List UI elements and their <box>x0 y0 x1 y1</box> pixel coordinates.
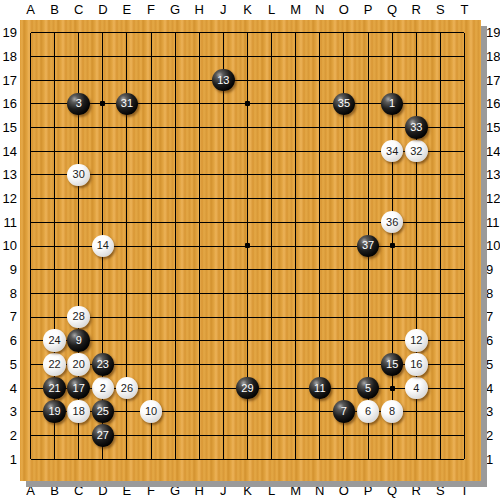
hoshi-point <box>390 386 395 391</box>
row-label: 14 <box>486 144 500 159</box>
stone-white-6: 6 <box>357 400 380 423</box>
col-label: C <box>67 482 91 500</box>
row-label: 8 <box>0 286 17 301</box>
stone-white-18: 18 <box>67 400 90 423</box>
stone-black-11: 11 <box>309 377 332 400</box>
row-label: 5 <box>0 357 17 372</box>
row-label: 17 <box>0 73 17 88</box>
stone-white-30: 30 <box>67 164 90 187</box>
col-label: H <box>187 1 211 19</box>
row-label: 17 <box>486 73 500 88</box>
col-label: J <box>211 482 235 500</box>
row-label: 3 <box>486 404 500 419</box>
stone-white-10: 10 <box>140 400 163 423</box>
row-label: 6 <box>0 333 17 348</box>
col-label: M <box>284 482 308 500</box>
col-label: B <box>43 482 67 500</box>
row-label: 15 <box>486 120 500 135</box>
row-label: 9 <box>486 262 500 277</box>
col-label: S <box>428 1 452 19</box>
row-label: 2 <box>486 428 500 443</box>
col-label: G <box>163 1 187 19</box>
stone-black-3: 3 <box>67 93 90 116</box>
stone-black-9: 9 <box>67 329 90 352</box>
stone-black-1: 1 <box>381 93 404 116</box>
stone-white-22: 22 <box>43 353 66 376</box>
row-label: 1 <box>0 452 17 467</box>
row-label: 11 <box>486 215 500 230</box>
col-label: Q <box>380 1 404 19</box>
row-label: 13 <box>486 167 500 182</box>
stone-white-36: 36 <box>381 211 404 234</box>
col-label: K <box>235 1 259 19</box>
stone-white-28: 28 <box>67 306 90 329</box>
row-label: 3 <box>0 404 17 419</box>
row-label: 19 <box>0 25 17 40</box>
col-label: H <box>187 482 211 500</box>
stone-white-12: 12 <box>405 329 428 352</box>
stone-black-33: 33 <box>405 116 428 139</box>
stone-white-34: 34 <box>381 140 404 163</box>
stone-black-31: 31 <box>116 93 139 116</box>
row-label: 12 <box>0 191 17 206</box>
row-label: 15 <box>0 120 17 135</box>
stone-white-14: 14 <box>92 235 115 258</box>
row-label: 7 <box>486 309 500 324</box>
stone-white-24: 24 <box>43 329 66 352</box>
col-label: A <box>18 1 42 19</box>
stone-black-15: 15 <box>381 353 404 376</box>
row-label: 11 <box>0 215 17 230</box>
row-label: 5 <box>486 357 500 372</box>
stone-black-23: 23 <box>92 353 115 376</box>
col-label: T <box>452 482 476 500</box>
stone-black-21: 21 <box>43 377 66 400</box>
hoshi-point <box>245 101 250 106</box>
stone-black-7: 7 <box>333 400 356 423</box>
stone-black-37: 37 <box>357 235 380 258</box>
stone-white-4: 4 <box>405 377 428 400</box>
stone-white-2: 2 <box>92 377 115 400</box>
stone-white-8: 8 <box>381 400 404 423</box>
row-label: 7 <box>0 309 17 324</box>
stone-black-19: 19 <box>43 400 66 423</box>
col-label: M <box>284 1 308 19</box>
stones-grid: 1234567891011121314151617181920212223242… <box>18 21 476 471</box>
row-label: 18 <box>0 49 17 64</box>
col-label: E <box>115 482 139 500</box>
row-label: 6 <box>486 333 500 348</box>
col-label: R <box>404 1 428 19</box>
col-label: G <box>163 482 187 500</box>
stone-black-5: 5 <box>357 377 380 400</box>
col-label: N <box>308 482 332 500</box>
row-label: 13 <box>0 167 17 182</box>
col-label: O <box>332 1 356 19</box>
stone-white-20: 20 <box>67 353 90 376</box>
row-label: 18 <box>486 49 500 64</box>
coord-labels-top: ABCDEFGHJKLMNOPQRST <box>18 1 476 19</box>
col-label: N <box>308 1 332 19</box>
row-label: 4 <box>486 381 500 396</box>
col-label: D <box>91 1 115 19</box>
row-label: 8 <box>486 286 500 301</box>
coord-labels-bottom: ABCDEFGHJKLMNOPQRST <box>18 482 476 500</box>
row-label: 4 <box>0 381 17 396</box>
row-label: 14 <box>0 144 17 159</box>
stone-black-25: 25 <box>92 400 115 423</box>
goban[interactable]: 1234567891011121314151617181920212223242… <box>20 20 481 481</box>
col-label: C <box>67 1 91 19</box>
hoshi-point <box>390 243 395 248</box>
stone-white-26: 26 <box>116 377 139 400</box>
col-label: B <box>43 1 67 19</box>
stone-black-13: 13 <box>212 69 235 92</box>
stone-white-32: 32 <box>405 140 428 163</box>
stone-black-27: 27 <box>92 424 115 447</box>
col-label: R <box>404 482 428 500</box>
row-label: 9 <box>0 262 17 277</box>
col-label: L <box>260 1 284 19</box>
col-label: A <box>18 482 42 500</box>
col-label: S <box>428 482 452 500</box>
row-label: 16 <box>486 96 500 111</box>
stone-white-16: 16 <box>405 353 428 376</box>
col-label: P <box>356 482 380 500</box>
coord-labels-left: 19181716151413121110987654321 <box>0 21 17 471</box>
col-label: E <box>115 1 139 19</box>
row-label: 19 <box>486 25 500 40</box>
col-label: L <box>260 482 284 500</box>
coord-labels-right: 19181716151413121110987654321 <box>486 21 500 471</box>
row-label: 10 <box>0 238 17 253</box>
hoshi-point <box>100 101 105 106</box>
row-label: 1 <box>486 452 500 467</box>
stone-black-35: 35 <box>333 93 356 116</box>
col-label: Q <box>380 482 404 500</box>
row-label: 10 <box>486 238 500 253</box>
row-label: 12 <box>486 191 500 206</box>
col-label: D <box>91 482 115 500</box>
col-label: J <box>211 1 235 19</box>
stone-black-29: 29 <box>236 377 259 400</box>
col-label: F <box>139 482 163 500</box>
hoshi-point <box>245 243 250 248</box>
col-label: F <box>139 1 163 19</box>
col-label: P <box>356 1 380 19</box>
col-label: T <box>452 1 476 19</box>
col-label: K <box>235 482 259 500</box>
row-label: 16 <box>0 96 17 111</box>
col-label: O <box>332 482 356 500</box>
row-label: 2 <box>0 428 17 443</box>
stone-black-17: 17 <box>67 377 90 400</box>
